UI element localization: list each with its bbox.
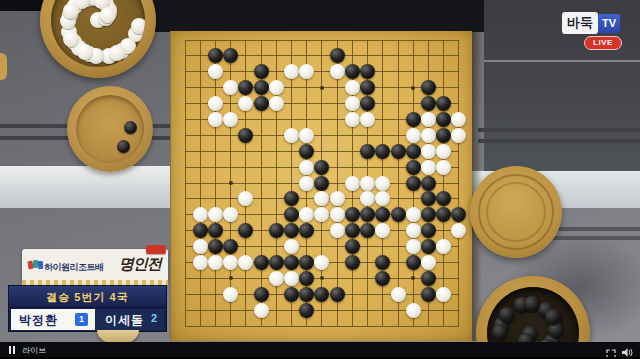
white-stone xyxy=(223,287,238,302)
white-stone xyxy=(436,160,451,175)
wall-highlight-line xyxy=(484,60,640,62)
white-stone xyxy=(436,239,451,254)
black-stone xyxy=(345,64,360,79)
white-stone xyxy=(269,96,284,111)
white-stone xyxy=(314,255,329,270)
white-stone-bowl xyxy=(40,0,156,78)
white-stone xyxy=(208,207,223,222)
bowl-black-stone xyxy=(499,307,515,323)
black-stone xyxy=(284,287,299,302)
black-stone xyxy=(421,176,436,191)
grid-line xyxy=(443,40,444,326)
captured-black-stone xyxy=(117,140,130,153)
hoshi-point xyxy=(320,86,324,90)
black-stone xyxy=(360,207,375,222)
bowl-lid-surface xyxy=(76,95,144,163)
black-stone xyxy=(269,255,284,270)
white-stone xyxy=(406,239,421,254)
black-stone xyxy=(436,112,451,127)
white-stone xyxy=(193,239,208,254)
white-stone xyxy=(375,176,390,191)
event-banner: 하이원리조트배 명인전 xyxy=(22,249,168,282)
black-stone xyxy=(284,207,299,222)
white-stone xyxy=(375,191,390,206)
black-stone xyxy=(345,255,360,270)
black-stone xyxy=(238,80,253,95)
white-stone xyxy=(330,207,345,222)
black-stone xyxy=(345,239,360,254)
white-stone xyxy=(360,112,375,127)
black-stone xyxy=(360,223,375,238)
player-left-name: 박정환 xyxy=(19,312,58,329)
white-stone xyxy=(451,112,466,127)
black-stone xyxy=(421,207,436,222)
player-control-bar: 라이브 xyxy=(0,342,640,357)
channel-logo: 바둑 TV LIVE xyxy=(562,12,622,48)
white-stone xyxy=(421,160,436,175)
white-stone xyxy=(223,255,238,270)
bowl-white-stone xyxy=(63,31,79,47)
white-stone xyxy=(330,191,345,206)
hoshi-point xyxy=(229,181,233,185)
black-stone xyxy=(254,64,269,79)
round-info-box: 결승 5번기 4국 xyxy=(8,285,167,309)
black-stone xyxy=(223,48,238,63)
black-stone xyxy=(345,207,360,222)
player-score-row: 박정환 1 이세돌 2 xyxy=(8,307,167,332)
white-stone xyxy=(284,128,299,143)
banner-sponsor-text: 하이원리조트배 xyxy=(44,261,104,274)
bowl-white-stone xyxy=(131,18,145,34)
grid-line xyxy=(337,40,338,326)
black-stone xyxy=(421,287,436,302)
white-stone xyxy=(451,128,466,143)
black-stone xyxy=(299,223,314,238)
black-stone xyxy=(299,255,314,270)
black-stone xyxy=(330,287,345,302)
white-stone xyxy=(375,223,390,238)
hoshi-point xyxy=(411,276,415,280)
white-stone xyxy=(223,80,238,95)
white-stone xyxy=(193,255,208,270)
black-stone xyxy=(314,176,329,191)
black-stone xyxy=(254,80,269,95)
black-stone xyxy=(254,287,269,302)
black-stone xyxy=(406,255,421,270)
black-stone xyxy=(299,144,314,159)
black-stone xyxy=(208,48,223,63)
black-stone xyxy=(436,96,451,111)
pause-icon[interactable] xyxy=(9,346,17,354)
black-stone xyxy=(299,287,314,302)
black-stone xyxy=(299,271,314,286)
white-stone xyxy=(208,64,223,79)
white-stone xyxy=(299,207,314,222)
black-stone xyxy=(314,287,329,302)
black-stone xyxy=(436,191,451,206)
black-stone xyxy=(421,223,436,238)
white-stone xyxy=(360,191,375,206)
captured-black-stone xyxy=(124,121,137,134)
black-stone xyxy=(269,223,284,238)
bowl-white-stone xyxy=(77,44,93,60)
hoshi-point xyxy=(229,276,233,280)
channel-logo-tv: TV xyxy=(598,14,620,33)
bowl-lid-with-captured-stones xyxy=(67,86,153,172)
black-stone xyxy=(375,144,390,159)
wooden-object-edge xyxy=(0,53,7,80)
expand-icon[interactable] xyxy=(606,345,616,355)
table-light-band-left xyxy=(0,166,171,208)
white-stone xyxy=(345,176,360,191)
white-stone xyxy=(284,64,299,79)
black-stone xyxy=(375,255,390,270)
white-stone xyxy=(254,303,269,318)
player-right-cell: 이세돌 2 xyxy=(95,309,164,330)
channel-logo-text: 바둑 xyxy=(562,12,598,34)
black-stone xyxy=(208,239,223,254)
black-stone xyxy=(406,176,421,191)
banner-title-text: 명인전 xyxy=(119,255,161,274)
table-stripe xyxy=(478,128,640,132)
black-stone xyxy=(254,96,269,111)
black-stone xyxy=(330,48,345,63)
banner-logo-mark xyxy=(38,261,44,269)
white-stone xyxy=(406,223,421,238)
live-stream-label: 라이브 xyxy=(22,345,46,356)
black-stone xyxy=(436,128,451,143)
white-stone xyxy=(208,112,223,127)
black-stone xyxy=(238,128,253,143)
white-stone xyxy=(421,128,436,143)
grid-line xyxy=(458,40,459,326)
black-stone xyxy=(391,144,406,159)
white-stone xyxy=(391,287,406,302)
player-left-score-badge: 1 xyxy=(75,313,88,326)
white-stone xyxy=(345,80,360,95)
lid-ring xyxy=(486,182,546,242)
white-stone xyxy=(223,112,238,127)
white-stone xyxy=(269,271,284,286)
black-stone xyxy=(421,271,436,286)
hoshi-point xyxy=(411,86,415,90)
black-stone xyxy=(406,144,421,159)
black-stone xyxy=(360,64,375,79)
empty-bowl-lid xyxy=(470,166,562,258)
black-stone xyxy=(406,112,421,127)
bowl-black-stone xyxy=(492,324,508,340)
white-stone xyxy=(330,223,345,238)
white-stone xyxy=(406,207,421,222)
bowl-white-stone xyxy=(100,7,116,23)
white-stone xyxy=(269,80,284,95)
white-stone xyxy=(345,112,360,127)
black-stone xyxy=(284,255,299,270)
white-stone xyxy=(223,207,238,222)
white-stone xyxy=(436,144,451,159)
white-stone xyxy=(314,191,329,206)
black-stone xyxy=(375,271,390,286)
black-stone xyxy=(421,96,436,111)
white-stone xyxy=(284,239,299,254)
white-stone xyxy=(314,207,329,222)
round-text: 결승 5번기 4국 xyxy=(9,286,166,308)
white-stone xyxy=(421,112,436,127)
black-stone xyxy=(436,207,451,222)
black-stone xyxy=(406,160,421,175)
grid-line xyxy=(185,326,459,327)
black-stone xyxy=(238,223,253,238)
live-badge: LIVE xyxy=(584,36,622,50)
black-stone xyxy=(284,191,299,206)
player-left-cell: 박정환 1 xyxy=(11,309,95,330)
black-stone xyxy=(391,207,406,222)
broadcast-screen: 바둑 TV LIVE 하이원리조트배 명인전 결승 5번기 4국 박정환 1 이… xyxy=(0,0,640,359)
grid-line xyxy=(398,40,399,326)
white-stone xyxy=(406,303,421,318)
white-stone xyxy=(345,96,360,111)
player-right-name: 이세돌 xyxy=(105,312,144,329)
white-stone xyxy=(208,96,223,111)
black-stone xyxy=(421,191,436,206)
banner-red-tag xyxy=(146,245,166,254)
black-stone xyxy=(375,207,390,222)
player-right-score: 2 xyxy=(151,312,157,324)
white-stone xyxy=(238,255,253,270)
black-stone xyxy=(223,239,238,254)
white-stone xyxy=(451,223,466,238)
white-stone xyxy=(421,144,436,159)
bowl-black-stone xyxy=(545,309,561,325)
white-stone xyxy=(436,287,451,302)
white-stone xyxy=(330,64,345,79)
white-stone xyxy=(299,128,314,143)
backdrop-behind-board xyxy=(150,0,490,32)
black-stone xyxy=(345,223,360,238)
white-stone xyxy=(208,255,223,270)
speaker-icon[interactable] xyxy=(621,344,634,355)
go-board xyxy=(171,31,472,341)
white-stone xyxy=(299,64,314,79)
black-stone xyxy=(360,96,375,111)
black-stone xyxy=(421,80,436,95)
black-stone xyxy=(284,223,299,238)
black-stone xyxy=(208,223,223,238)
white-stone-bowl-contents xyxy=(51,0,145,67)
white-stone xyxy=(299,160,314,175)
black-stone xyxy=(421,239,436,254)
white-stone xyxy=(360,176,375,191)
white-stone xyxy=(238,191,253,206)
black-stone xyxy=(299,303,314,318)
white-stone xyxy=(238,96,253,111)
black-stone xyxy=(254,255,269,270)
white-stone xyxy=(421,255,436,270)
white-stone xyxy=(284,271,299,286)
white-stone xyxy=(193,207,208,222)
black-stone xyxy=(360,80,375,95)
table-stripe xyxy=(478,139,640,143)
white-stone xyxy=(299,176,314,191)
bowl-white-stone xyxy=(109,45,125,61)
black-stone xyxy=(193,223,208,238)
white-stone xyxy=(406,128,421,143)
black-stone xyxy=(451,207,466,222)
black-stone xyxy=(360,144,375,159)
black-stone xyxy=(314,160,329,175)
hoshi-point xyxy=(320,276,324,280)
bowl-black-stone xyxy=(524,296,540,312)
